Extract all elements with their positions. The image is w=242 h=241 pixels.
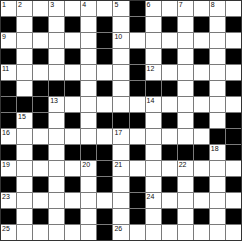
cell-r6c2-black [33, 97, 48, 112]
cell-r3c7[interactable] [113, 49, 128, 64]
cell-r12c9[interactable]: 24 [146, 193, 161, 208]
cell-r2c14[interactable] [226, 33, 241, 48]
cell-r3c11[interactable] [178, 49, 193, 64]
clue-number-4: 4 [82, 1, 86, 9]
cell-r9c2-black [33, 145, 48, 160]
cell-r8c8[interactable] [130, 129, 145, 144]
cell-r12c12[interactable] [194, 193, 209, 208]
cell-r0c3[interactable]: 3 [49, 1, 64, 16]
cell-r0c6[interactable] [97, 1, 112, 16]
cell-r1c4-black [65, 17, 80, 32]
cell-r8c1[interactable] [17, 129, 32, 144]
cell-r9c5-black [81, 145, 96, 160]
cell-r6c13[interactable] [210, 97, 225, 112]
cell-r13c5[interactable] [81, 209, 96, 224]
cell-r5c3-black [49, 81, 64, 96]
cell-r11c0-black [1, 177, 16, 192]
clue-number-19: 19 [2, 161, 10, 169]
cell-r10c2[interactable] [33, 161, 48, 176]
cell-r11c11[interactable] [178, 177, 193, 192]
cell-r0c5[interactable]: 4 [81, 1, 96, 16]
cell-r5c1[interactable] [17, 81, 32, 96]
cell-r12c10[interactable] [162, 193, 177, 208]
cell-r0c10[interactable] [162, 1, 177, 16]
clue-number-21: 21 [114, 161, 122, 169]
cell-r3c9[interactable] [146, 49, 161, 64]
cell-r9c4-black [65, 145, 80, 160]
cell-r1c10-black [162, 17, 177, 32]
cell-r7c11[interactable] [178, 113, 193, 128]
cell-r1c7[interactable] [113, 17, 128, 32]
cell-r1c1[interactable] [17, 17, 32, 32]
cell-r0c0[interactable]: 1 [1, 1, 16, 16]
cell-r2c10[interactable] [162, 33, 177, 48]
cell-r1c2-black [33, 17, 48, 32]
cell-r7c8-black [130, 113, 145, 128]
cell-r2c1[interactable] [17, 33, 32, 48]
clue-number-5: 5 [114, 1, 118, 9]
cell-r12c6[interactable] [97, 193, 112, 208]
cell-r3c6-black [97, 49, 112, 64]
cell-r14c2[interactable] [33, 225, 48, 240]
cell-r1c8-black [130, 17, 145, 32]
cell-r14c6-black [97, 225, 112, 240]
cell-r0c11[interactable]: 7 [178, 1, 193, 16]
cell-r14c9[interactable] [146, 225, 161, 240]
cell-r7c0-black [1, 113, 16, 128]
cell-r1c14-black [226, 17, 241, 32]
cell-r13c6-black [97, 209, 112, 224]
cell-r6c3[interactable]: 13 [49, 97, 64, 112]
cell-r3c3[interactable] [49, 49, 64, 64]
cell-r11c5[interactable] [81, 177, 96, 192]
clue-number-24: 24 [147, 193, 155, 201]
cell-r6c12[interactable] [194, 97, 209, 112]
cell-r14c0[interactable]: 25 [1, 225, 16, 240]
cell-r13c0-black [1, 209, 16, 224]
crossword-board: 1234567891011121314151617181920212223242… [0, 0, 242, 241]
cell-r8c14-black [226, 129, 241, 144]
cell-r5c10-black [162, 81, 177, 96]
cell-r6c1-black [17, 97, 32, 112]
cell-r4c12[interactable] [194, 65, 209, 80]
clue-number-20: 20 [82, 161, 90, 169]
cell-r2c4[interactable] [65, 33, 80, 48]
cell-r5c11[interactable] [178, 81, 193, 96]
cell-r11c9[interactable] [146, 177, 161, 192]
cell-r12c11[interactable] [178, 193, 193, 208]
cell-r12c8-black [130, 193, 145, 208]
cell-r10c9[interactable] [146, 161, 161, 176]
clue-number-26: 26 [114, 225, 122, 233]
cell-r11c10-black [162, 177, 177, 192]
cell-r5c5[interactable] [81, 81, 96, 96]
clue-number-10: 10 [114, 33, 122, 41]
cell-r13c13[interactable] [210, 209, 225, 224]
cell-r2c8[interactable] [130, 33, 145, 48]
cell-r6c4[interactable] [65, 97, 80, 112]
cell-r5c14-black [226, 81, 241, 96]
cell-r10c11[interactable]: 22 [178, 161, 193, 176]
cell-r7c14-black [226, 113, 241, 128]
cell-r14c4[interactable] [65, 225, 80, 240]
cell-r0c2[interactable] [33, 1, 48, 16]
cell-r8c13-black [210, 129, 225, 144]
cell-r10c0[interactable]: 19 [1, 161, 16, 176]
cell-r11c7[interactable] [113, 177, 128, 192]
cell-r11c12-black [194, 177, 209, 192]
cell-r8c6[interactable] [97, 129, 112, 144]
cell-r4c4[interactable] [65, 65, 80, 80]
cell-r6c0-black [1, 97, 16, 112]
clue-number-17: 17 [114, 129, 122, 137]
cell-r7c2-black [33, 113, 48, 128]
cell-r1c13[interactable] [210, 17, 225, 32]
clue-number-7: 7 [179, 1, 183, 9]
cell-r11c8-black [130, 177, 145, 192]
cell-r14c7[interactable]: 26 [113, 225, 128, 240]
cell-r0c1[interactable]: 2 [17, 1, 32, 16]
cell-r4c3[interactable] [49, 65, 64, 80]
cell-r11c6-black [97, 177, 112, 192]
cell-r4c9[interactable]: 12 [146, 65, 161, 80]
cell-r3c8-black [130, 49, 145, 64]
cell-r8c10[interactable] [162, 129, 177, 144]
cell-r3c0-black [1, 49, 16, 64]
cell-r14c11[interactable] [178, 225, 193, 240]
cell-r13c10-black [162, 209, 177, 224]
cell-r14c8[interactable] [130, 225, 145, 240]
cell-r2c11[interactable] [178, 33, 193, 48]
cell-r12c5[interactable] [81, 193, 96, 208]
cell-r13c9[interactable] [146, 209, 161, 224]
cell-r5c2-black [33, 81, 48, 96]
cell-r7c1[interactable]: 15 [17, 113, 32, 128]
cell-r8c7[interactable]: 17 [113, 129, 128, 144]
cell-r7c4-black [65, 113, 80, 128]
cell-r5c0-black [1, 81, 16, 96]
clue-number-6: 6 [147, 1, 151, 9]
cell-r11c1[interactable] [17, 177, 32, 192]
cell-r7c10-black [162, 113, 177, 128]
cell-r8c4[interactable] [65, 129, 80, 144]
cell-r7c12-black [194, 113, 209, 128]
cell-r3c10-black [162, 49, 177, 64]
clue-number-3: 3 [50, 1, 54, 9]
cell-r5c9-black [146, 81, 161, 96]
cell-r8c2[interactable] [33, 129, 48, 144]
cell-r5c4-black [65, 81, 80, 96]
cell-r4c7[interactable] [113, 65, 128, 80]
cell-r13c4-black [65, 209, 80, 224]
cell-r0c8-black [130, 1, 145, 16]
cell-r9c0-black [1, 145, 16, 160]
cell-r9c9[interactable] [146, 145, 161, 160]
cell-r10c7[interactable]: 21 [113, 161, 128, 176]
clue-number-13: 13 [50, 97, 58, 105]
cell-r2c9[interactable] [146, 33, 161, 48]
cell-r10c5[interactable]: 20 [81, 161, 96, 176]
cell-r6c11[interactable] [178, 97, 193, 112]
cell-r8c9[interactable] [146, 129, 161, 144]
clue-number-15: 15 [18, 113, 26, 121]
cell-r9c1[interactable] [17, 145, 32, 160]
cell-r4c14[interactable] [226, 65, 241, 80]
cell-r4c1[interactable] [17, 65, 32, 80]
cell-r9c7[interactable] [113, 145, 128, 160]
cell-r7c5[interactable] [81, 113, 96, 128]
cell-r5c7[interactable] [113, 81, 128, 96]
cell-r10c13[interactable] [210, 161, 225, 176]
cell-r1c3[interactable] [49, 17, 64, 32]
cell-r4c8-black [130, 65, 145, 80]
cell-r4c0[interactable]: 11 [1, 65, 16, 80]
cell-r12c2[interactable] [33, 193, 48, 208]
cell-r5c13[interactable] [210, 81, 225, 96]
clue-number-16: 16 [2, 129, 10, 137]
cell-r2c3[interactable] [49, 33, 64, 48]
cell-r10c3[interactable] [49, 161, 64, 176]
cell-r14c13[interactable] [210, 225, 225, 240]
cell-r1c5[interactable] [81, 17, 96, 32]
cell-r6c6[interactable] [97, 97, 112, 112]
clue-number-23: 23 [2, 193, 10, 201]
cell-r14c3[interactable] [49, 225, 64, 240]
cell-r1c0-black [1, 17, 16, 32]
cell-r6c8[interactable] [130, 97, 145, 112]
clue-number-9: 9 [2, 33, 6, 41]
cell-r9c13[interactable]: 18 [210, 145, 225, 160]
cell-r14c5[interactable] [81, 225, 96, 240]
cell-r10c12[interactable] [194, 161, 209, 176]
cell-r7c9[interactable] [146, 113, 161, 128]
cell-r4c5[interactable] [81, 65, 96, 80]
cell-r10c14[interactable] [226, 161, 241, 176]
cell-r13c1[interactable] [17, 209, 32, 224]
cell-r9c14-black [226, 145, 241, 160]
cell-r14c12[interactable] [194, 225, 209, 240]
cell-r0c13[interactable]: 8 [210, 1, 225, 16]
cell-r1c11[interactable] [178, 17, 193, 32]
clue-number-18: 18 [211, 145, 219, 153]
cell-r8c5[interactable] [81, 129, 96, 144]
cell-r0c4[interactable] [65, 1, 80, 16]
cell-r12c1[interactable] [17, 193, 32, 208]
cell-r3c12-black [194, 49, 209, 64]
cell-r2c2[interactable] [33, 33, 48, 48]
cell-r12c7[interactable] [113, 193, 128, 208]
cell-r13c3[interactable] [49, 209, 64, 224]
cell-r9c11-black [178, 145, 193, 160]
cell-r5c6-black [97, 81, 112, 96]
cell-r12c13[interactable] [210, 193, 225, 208]
cell-r13c12-black [194, 209, 209, 224]
cell-r9c12-black [194, 145, 209, 160]
cell-r0c14[interactable] [226, 1, 241, 16]
cell-r2c5[interactable] [81, 33, 96, 48]
cell-r3c14-black [226, 49, 241, 64]
cell-r10c8[interactable] [130, 161, 145, 176]
cell-r3c4-black [65, 49, 80, 64]
cell-r1c9[interactable] [146, 17, 161, 32]
cell-r8c3[interactable] [49, 129, 64, 144]
cell-r9c10-black [162, 145, 177, 160]
cell-r0c9[interactable]: 6 [146, 1, 161, 16]
cell-r6c9[interactable]: 14 [146, 97, 161, 112]
cell-r2c6-black [97, 33, 112, 48]
clue-number-2: 2 [18, 1, 22, 9]
cell-r10c10[interactable] [162, 161, 177, 176]
cell-r2c0[interactable]: 9 [1, 33, 16, 48]
cell-r9c6-black [97, 145, 112, 160]
cell-r9c3[interactable] [49, 145, 64, 160]
cell-r12c3[interactable] [49, 193, 64, 208]
cell-r7c3[interactable] [49, 113, 64, 128]
cell-r3c5[interactable] [81, 49, 96, 64]
cell-r4c11[interactable] [178, 65, 193, 80]
cell-r10c6-black [97, 161, 112, 176]
cell-r12c0[interactable]: 23 [1, 193, 16, 208]
cell-r13c7[interactable] [113, 209, 128, 224]
cell-r5c8-black [130, 81, 145, 96]
cell-r14c10[interactable] [162, 225, 177, 240]
cell-r1c12-black [194, 17, 209, 32]
cell-r7c6-black [97, 113, 112, 128]
cell-r2c7[interactable]: 10 [113, 33, 128, 48]
cell-r4c13[interactable] [210, 65, 225, 80]
cell-r6c14[interactable] [226, 97, 241, 112]
cell-r11c14-black [226, 177, 241, 192]
clue-number-1: 1 [2, 1, 6, 9]
cell-r0c7[interactable]: 5 [113, 1, 128, 16]
cell-r9c8-black [130, 145, 145, 160]
cell-r14c14[interactable] [226, 225, 241, 240]
cell-r1c6-black [97, 17, 112, 32]
cell-r3c1[interactable] [17, 49, 32, 64]
clue-number-11: 11 [2, 65, 9, 73]
cell-r5c12-black [194, 81, 209, 96]
cell-r4c6[interactable] [97, 65, 112, 80]
cell-r3c13[interactable] [210, 49, 225, 64]
clue-number-8: 8 [211, 1, 215, 9]
cell-r4c10[interactable] [162, 65, 177, 80]
cell-r13c14-black [226, 209, 241, 224]
clue-number-14: 14 [147, 97, 155, 105]
cell-r8c11[interactable] [178, 129, 193, 144]
cell-r3c2-black [33, 49, 48, 64]
cell-r14c1[interactable] [17, 225, 32, 240]
cell-r11c3[interactable] [49, 177, 64, 192]
cell-r6c10[interactable] [162, 97, 177, 112]
clue-number-25: 25 [2, 225, 10, 233]
cell-r12c4[interactable] [65, 193, 80, 208]
cell-r13c8-black [130, 209, 145, 224]
cell-r13c2-black [33, 209, 48, 224]
cell-r8c0[interactable]: 16 [1, 129, 16, 144]
cell-r6c5[interactable] [81, 97, 96, 112]
cell-r10c1[interactable] [17, 161, 32, 176]
cell-r0c12[interactable] [194, 1, 209, 16]
cell-r13c11[interactable] [178, 209, 193, 224]
cell-r7c13[interactable] [210, 113, 225, 128]
cell-r11c4-black [65, 177, 80, 192]
cell-r12c14[interactable] [226, 193, 241, 208]
clue-number-12: 12 [147, 65, 155, 73]
cell-r7c7-black [113, 113, 128, 128]
cell-r6c7[interactable] [113, 97, 128, 112]
cell-r11c2-black [33, 177, 48, 192]
cell-r2c13[interactable] [210, 33, 225, 48]
clue-number-22: 22 [179, 161, 187, 169]
cell-r11c13[interactable] [210, 177, 225, 192]
cell-r2c12[interactable] [194, 33, 209, 48]
cell-r4c2[interactable] [33, 65, 48, 80]
cell-r10c4[interactable] [65, 161, 80, 176]
cell-r8c12[interactable] [194, 129, 209, 144]
